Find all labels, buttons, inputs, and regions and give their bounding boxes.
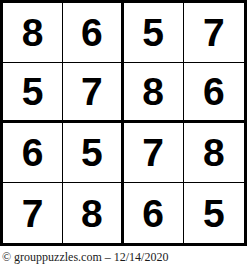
- cell-r4c1[interactable]: 7: [3, 183, 63, 243]
- cell-r2c1[interactable]: 5: [3, 63, 63, 123]
- cell-r2c2[interactable]: 7: [63, 63, 123, 123]
- cell-r4c4[interactable]: 5: [184, 183, 244, 243]
- cell-r2c4[interactable]: 6: [184, 63, 244, 123]
- cell-r1c3[interactable]: 5: [124, 3, 184, 63]
- cell-r4c2[interactable]: 8: [63, 183, 123, 243]
- cell-r3c3[interactable]: 7: [124, 123, 184, 183]
- cell-r4c3[interactable]: 6: [124, 183, 184, 243]
- copyright-credit: © grouppuzzles.com – 12/14/2020: [2, 250, 247, 265]
- cell-r1c2[interactable]: 6: [63, 3, 123, 63]
- cell-r3c1[interactable]: 6: [3, 123, 63, 183]
- sudoku-board: 8 6 5 7 5 7 8 6 6 5 7 8 7 8 6 5: [0, 0, 247, 246]
- cell-r1c4[interactable]: 7: [184, 3, 244, 63]
- cell-r3c4[interactable]: 8: [184, 123, 244, 183]
- cell-r3c2[interactable]: 5: [63, 123, 123, 183]
- cell-r1c1[interactable]: 8: [3, 3, 63, 63]
- cell-r2c3[interactable]: 8: [124, 63, 184, 123]
